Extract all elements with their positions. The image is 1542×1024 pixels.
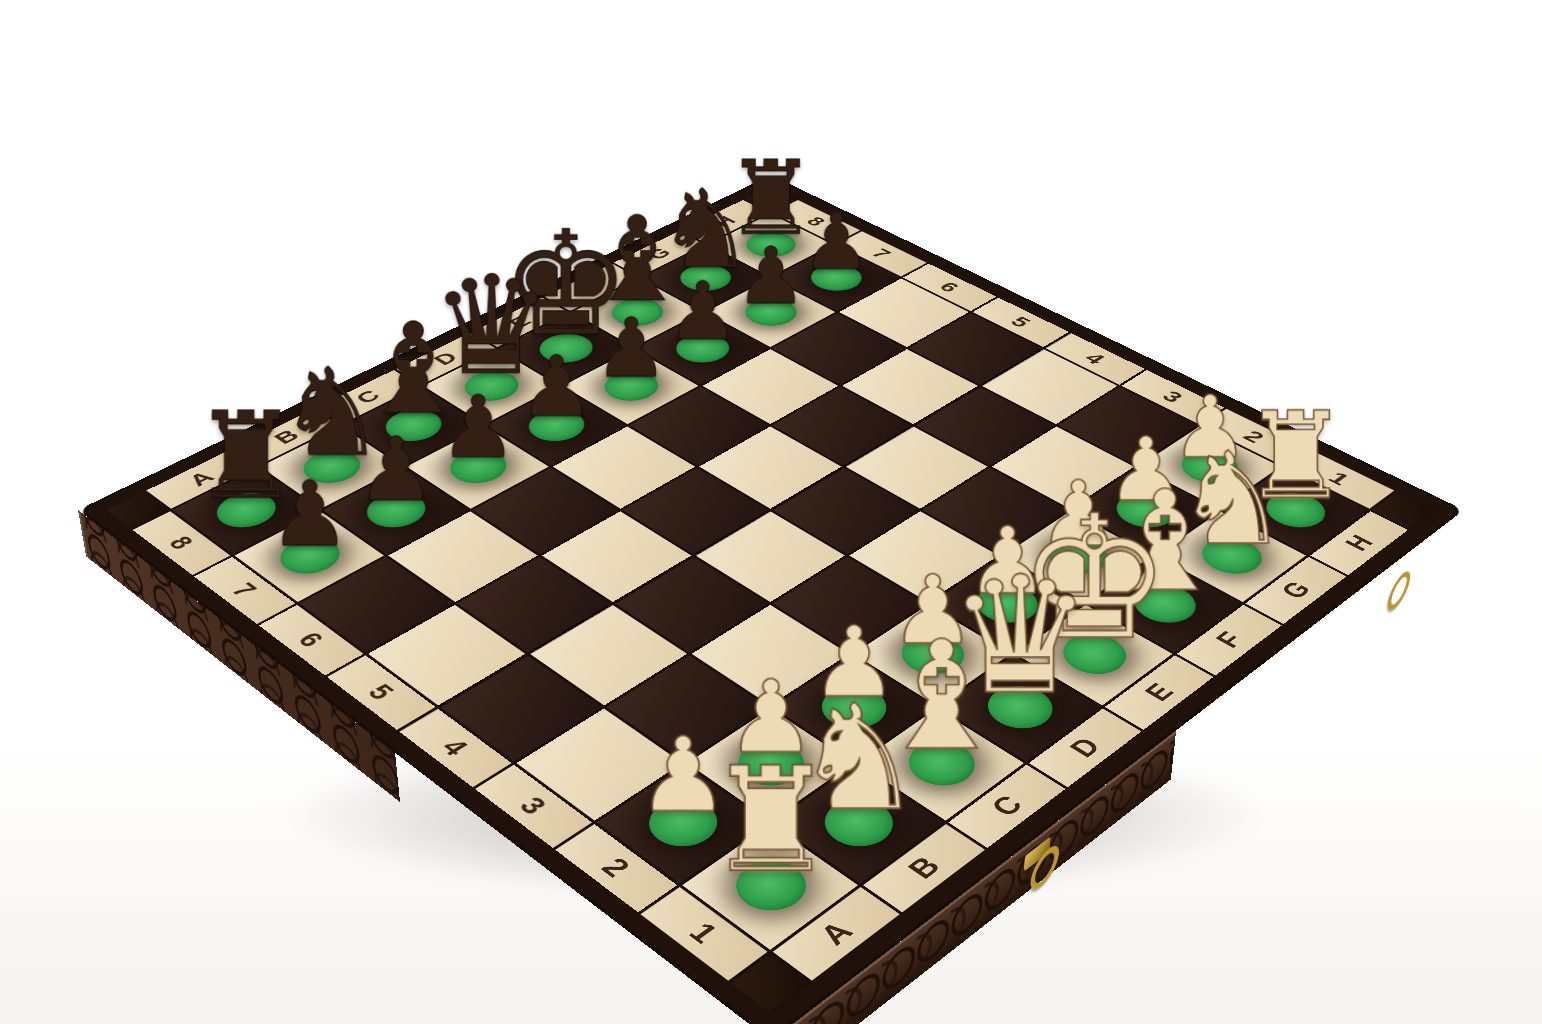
piece-black-pawn[interactable]: ♟ — [666, 275, 738, 349]
file-label-near-d: D — [1062, 732, 1108, 762]
piece-black-pawn[interactable]: ♟ — [439, 388, 516, 467]
file-label-near-b: B — [900, 850, 948, 884]
piece-black-pawn[interactable]: ♟ — [735, 241, 805, 313]
file-label-near-e: E — [1138, 678, 1182, 706]
rank-label-left-7: 8 — [161, 531, 200, 553]
perspective-scene: ABCDEFGH8♜♞♝♛♚♝♞♜87♟♟♟♟♟♟♟♟7665544332♟♟♟… — [0, 0, 1542, 1024]
piece-black-pawn[interactable]: ♟ — [269, 473, 350, 556]
file-label-near-h: H — [1338, 530, 1380, 555]
file-label-near-a: A — [812, 915, 862, 951]
rank-label-right-5: 6 — [934, 279, 965, 296]
file-label-near-f: F — [1209, 627, 1251, 653]
rank-label-left-2: 3 — [511, 791, 555, 820]
rank-label-left-4: 5 — [360, 679, 402, 705]
piece-black-pawn[interactable]: ♟ — [356, 430, 435, 511]
rank-label-left-3: 4 — [433, 733, 476, 761]
rank-label-left-0: 1 — [681, 917, 726, 950]
studio-backdrop: ABCDEFGH8♜♞♝♛♚♝♞♜87♟♟♟♟♟♟♟♟7665544332♟♟♟… — [0, 0, 1542, 1024]
rank-label-right-4: 5 — [1004, 313, 1036, 330]
piece-black-pawn[interactable]: ♟ — [518, 349, 593, 426]
file-label-near-c: C — [984, 790, 1031, 822]
brass-clasp-icon — [1383, 563, 1404, 595]
board-grid: ABCDEFGH8♜♞♝♛♚♝♞♜87♟♟♟♟♟♟♟♟7665544332♟♟♟… — [106, 186, 1435, 1013]
board-face: ABCDEFGH8♜♞♝♛♚♝♞♜87♟♟♟♟♟♟♟♟7665544332♟♟♟… — [78, 175, 1464, 1024]
piece-black-pawn[interactable]: ♟ — [801, 208, 870, 279]
chess-board: ABCDEFGH8♜♞♝♛♚♝♞♜87♟♟♟♟♟♟♟♟7665544332♟♟♟… — [78, 175, 1464, 1024]
piece-white-rook[interactable]: ♜ — [705, 754, 835, 887]
file-label-near-g: G — [1274, 577, 1318, 604]
piece-black-pawn[interactable]: ♟ — [594, 311, 668, 386]
rank-label-left-6: 7 — [224, 578, 264, 602]
rank-label-right-3: 4 — [1079, 349, 1111, 367]
rank-label-left-1: 2 — [593, 852, 637, 883]
rank-label-left-5: 6 — [290, 627, 331, 652]
